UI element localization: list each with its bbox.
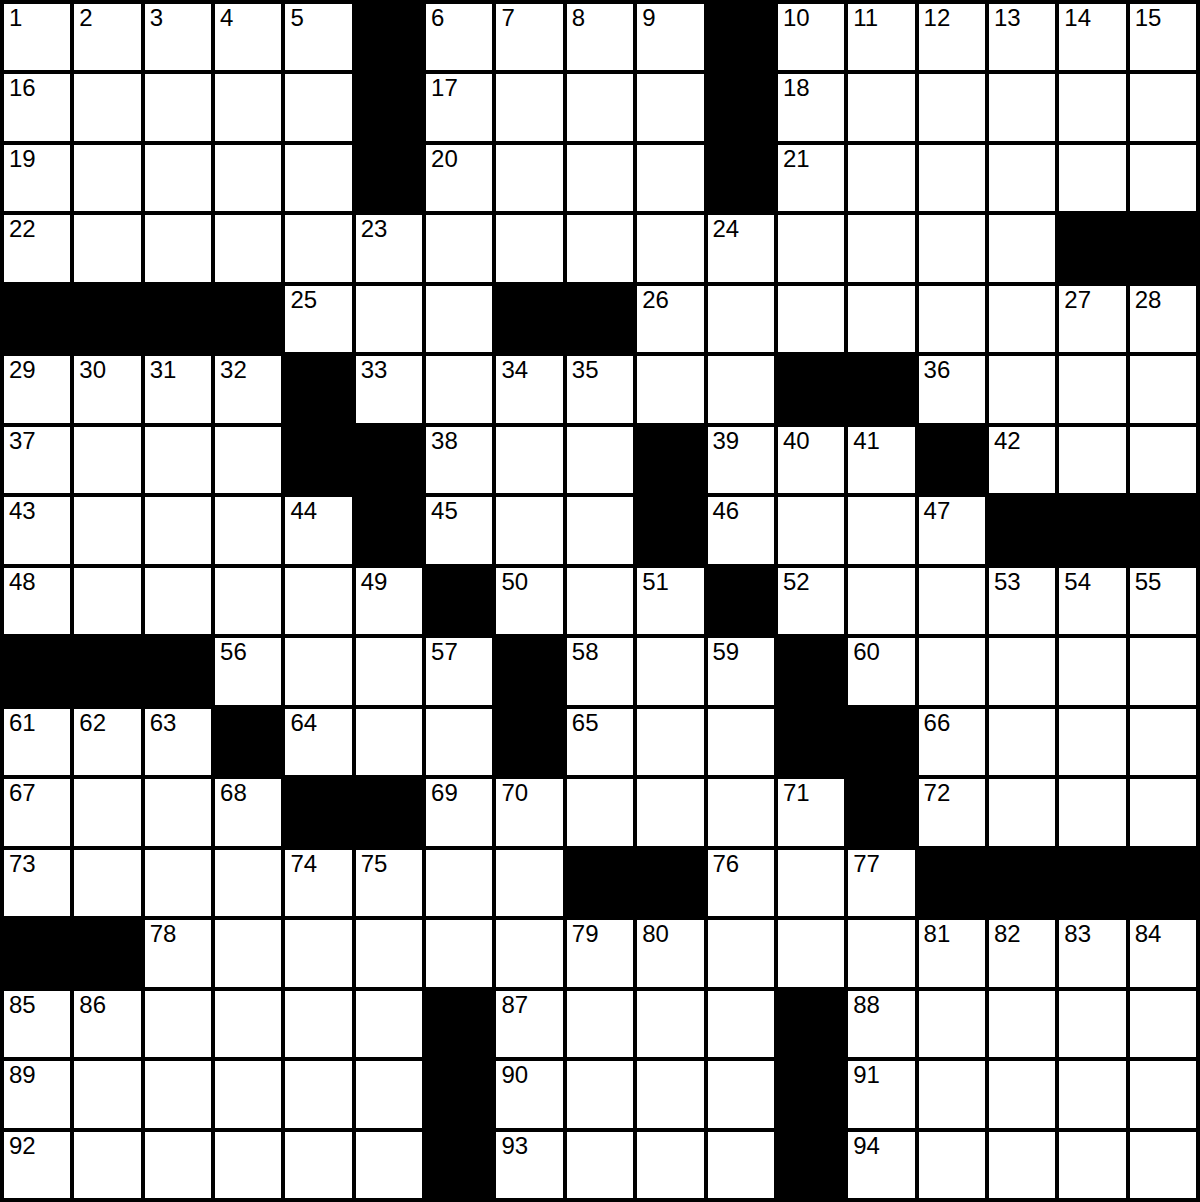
block-cell-r11c13 [848,709,914,775]
cell-r12c3[interactable] [145,779,211,845]
cell-r4c7[interactable] [426,215,492,281]
clue-number-54: 54 [1064,568,1091,596]
clue-number-50: 50 [501,568,528,596]
cell-r6c11[interactable] [708,356,774,422]
cell-r11c1[interactable]: 61 [4,709,70,775]
block-cell-r13c9 [567,850,633,916]
cell-r14c3[interactable]: 78 [145,920,211,986]
cell-r4c6[interactable]: 23 [356,215,422,281]
cell-r8c11[interactable]: 46 [708,497,774,563]
cell-r17c2[interactable] [74,1132,140,1198]
cell-r3c8[interactable] [496,145,562,211]
cell-r2c13[interactable] [848,74,914,140]
cell-r8c5[interactable]: 44 [285,497,351,563]
clue-number-81: 81 [924,920,951,948]
clue-number-77: 77 [853,850,880,878]
cell-r3c14[interactable] [919,145,985,211]
cell-r15c16[interactable] [1059,991,1125,1057]
clue-number-30: 30 [79,356,106,384]
clue-number-61: 61 [9,709,36,737]
cell-r11c3[interactable]: 63 [145,709,211,775]
cell-r4c12[interactable] [778,215,844,281]
cell-r3c5[interactable] [285,145,351,211]
cell-r15c10[interactable] [637,991,703,1057]
cell-r15c5[interactable] [285,991,351,1057]
cell-r1c15[interactable]: 13 [989,4,1055,70]
cell-r10c6[interactable] [356,638,422,704]
cell-r17c4[interactable] [215,1132,281,1198]
cell-r15c9[interactable] [567,991,633,1057]
cell-r15c2[interactable]: 86 [74,991,140,1057]
block-cell-r8c6 [356,497,422,563]
cell-r9c9[interactable] [567,568,633,634]
cell-r6c8[interactable]: 34 [496,356,562,422]
cell-r3c9[interactable] [567,145,633,211]
cell-r9c17[interactable]: 55 [1130,568,1196,634]
cell-r15c14[interactable] [919,991,985,1057]
cell-r16c13[interactable]: 91 [848,1061,914,1127]
cell-r17c14[interactable] [919,1132,985,1198]
clue-number-87: 87 [501,991,528,1019]
cell-r17c16[interactable] [1059,1132,1125,1198]
cell-r5c11[interactable] [708,286,774,352]
cell-r16c1[interactable]: 89 [4,1061,70,1127]
cell-r7c1[interactable]: 37 [4,427,70,493]
cell-r1c10[interactable]: 9 [637,4,703,70]
block-cell-r3c11 [708,145,774,211]
cell-r4c9[interactable] [567,215,633,281]
cell-r4c2[interactable] [74,215,140,281]
cell-r8c4[interactable] [215,497,281,563]
clue-number-4: 4 [220,4,233,32]
cell-r6c17[interactable] [1130,356,1196,422]
cell-r14c8[interactable] [496,920,562,986]
clue-number-15: 15 [1135,4,1162,32]
cell-r2c1[interactable]: 16 [4,74,70,140]
cell-r7c15[interactable]: 42 [989,427,1055,493]
cell-r13c12[interactable] [778,850,844,916]
cell-r3c13[interactable] [848,145,914,211]
cell-r1c1[interactable]: 1 [4,4,70,70]
cell-r17c11[interactable] [708,1132,774,1198]
clue-number-45: 45 [431,497,458,525]
cell-r11c10[interactable] [637,709,703,775]
cell-r11c5[interactable]: 64 [285,709,351,775]
clue-number-6: 6 [431,4,444,32]
cell-r1c12[interactable]: 10 [778,4,844,70]
clue-number-94: 94 [853,1132,880,1160]
clue-number-39: 39 [713,427,740,455]
cell-r7c8[interactable] [496,427,562,493]
cell-r3c7[interactable]: 20 [426,145,492,211]
cell-r10c4[interactable]: 56 [215,638,281,704]
cell-r8c3[interactable] [145,497,211,563]
cell-r6c15[interactable] [989,356,1055,422]
cell-r10c17[interactable] [1130,638,1196,704]
cell-r13c4[interactable] [215,850,281,916]
cell-r2c8[interactable] [496,74,562,140]
cell-r9c1[interactable]: 48 [4,568,70,634]
block-cell-r9c7 [426,568,492,634]
clue-number-16: 16 [9,74,36,102]
block-cell-r5c9 [567,286,633,352]
cell-r7c2[interactable] [74,427,140,493]
cell-r9c14[interactable] [919,568,985,634]
cell-r1c9[interactable]: 8 [567,4,633,70]
cell-r11c14[interactable]: 66 [919,709,985,775]
cell-r10c5[interactable] [285,638,351,704]
cell-r10c16[interactable] [1059,638,1125,704]
cell-r2c9[interactable] [567,74,633,140]
clue-number-70: 70 [501,779,528,807]
clue-number-35: 35 [572,356,599,384]
cell-r5c16[interactable]: 27 [1059,286,1125,352]
cell-r10c9[interactable]: 58 [567,638,633,704]
clue-number-8: 8 [572,4,585,32]
clue-number-89: 89 [9,1061,36,1089]
cell-r11c16[interactable] [1059,709,1125,775]
cell-r3c4[interactable] [215,145,281,211]
clue-number-38: 38 [431,427,458,455]
cell-r5c15[interactable] [989,286,1055,352]
cell-r15c17[interactable] [1130,991,1196,1057]
cell-r4c10[interactable] [637,215,703,281]
cell-r7c4[interactable] [215,427,281,493]
cell-r16c10[interactable] [637,1061,703,1127]
cell-r1c5[interactable]: 5 [285,4,351,70]
cell-r10c15[interactable] [989,638,1055,704]
clue-number-69: 69 [431,779,458,807]
cell-r15c3[interactable] [145,991,211,1057]
cell-r17c9[interactable] [567,1132,633,1198]
cell-r4c5[interactable] [285,215,351,281]
cell-r9c16[interactable]: 54 [1059,568,1125,634]
clue-number-46: 46 [713,497,740,525]
cell-r4c4[interactable] [215,215,281,281]
clue-number-60: 60 [853,638,880,666]
cell-r16c5[interactable] [285,1061,351,1127]
cell-r3c2[interactable] [74,145,140,211]
cell-r8c12[interactable] [778,497,844,563]
cell-r15c11[interactable] [708,991,774,1057]
cell-r13c11[interactable]: 76 [708,850,774,916]
clue-number-79: 79 [572,920,599,948]
cell-r13c8[interactable] [496,850,562,916]
cell-r4c1[interactable]: 22 [4,215,70,281]
cell-r14c5[interactable] [285,920,351,986]
cell-r14c17[interactable]: 84 [1130,920,1196,986]
cell-r13c6[interactable]: 75 [356,850,422,916]
cell-r11c7[interactable] [426,709,492,775]
cell-r12c15[interactable] [989,779,1055,845]
cell-r2c3[interactable] [145,74,211,140]
cell-r12c1[interactable]: 67 [4,779,70,845]
cell-r14c12[interactable] [778,920,844,986]
cell-r6c1[interactable]: 29 [4,356,70,422]
cell-r16c17[interactable] [1130,1061,1196,1127]
cell-r2c4[interactable] [215,74,281,140]
cell-r10c14[interactable] [919,638,985,704]
cell-r10c11[interactable]: 59 [708,638,774,704]
cell-r17c17[interactable] [1130,1132,1196,1198]
clue-number-73: 73 [9,850,36,878]
cell-r1c14[interactable]: 12 [919,4,985,70]
cell-r11c15[interactable] [989,709,1055,775]
cell-r4c8[interactable] [496,215,562,281]
cell-r2c14[interactable] [919,74,985,140]
clue-number-36: 36 [924,356,951,384]
cell-r5c7[interactable] [426,286,492,352]
cell-r3c17[interactable] [1130,145,1196,211]
cell-r17c15[interactable] [989,1132,1055,1198]
cell-r1c7[interactable]: 6 [426,4,492,70]
cell-r9c10[interactable]: 51 [637,568,703,634]
cell-r16c4[interactable] [215,1061,281,1127]
cell-r2c12[interactable]: 18 [778,74,844,140]
clue-number-18: 18 [783,74,810,102]
cell-r3c16[interactable] [1059,145,1125,211]
cell-r1c4[interactable]: 4 [215,4,281,70]
cell-r14c9[interactable]: 79 [567,920,633,986]
cell-r6c7[interactable] [426,356,492,422]
cell-r11c2[interactable]: 62 [74,709,140,775]
cell-r7c7[interactable]: 38 [426,427,492,493]
cell-r15c15[interactable] [989,991,1055,1057]
cell-r7c3[interactable] [145,427,211,493]
cell-r17c3[interactable] [145,1132,211,1198]
cell-r12c12[interactable]: 71 [778,779,844,845]
cell-r17c1[interactable]: 92 [4,1132,70,1198]
cell-r9c5[interactable] [285,568,351,634]
clue-number-42: 42 [994,427,1021,455]
cell-r16c2[interactable] [74,1061,140,1127]
cell-r1c2[interactable]: 2 [74,4,140,70]
block-cell-r13c15 [989,850,1055,916]
clue-number-88: 88 [853,991,880,1019]
cell-r17c10[interactable] [637,1132,703,1198]
cell-r13c1[interactable]: 73 [4,850,70,916]
clue-number-82: 82 [994,920,1021,948]
cell-r8c2[interactable] [74,497,140,563]
cell-r16c15[interactable] [989,1061,1055,1127]
cell-r4c15[interactable] [989,215,1055,281]
cell-r12c16[interactable] [1059,779,1125,845]
cell-r12c7[interactable]: 69 [426,779,492,845]
clue-number-12: 12 [924,4,951,32]
clue-number-53: 53 [994,568,1021,596]
cell-r6c9[interactable]: 35 [567,356,633,422]
cell-r14c4[interactable] [215,920,281,986]
cell-r12c8[interactable]: 70 [496,779,562,845]
cell-r4c13[interactable] [848,215,914,281]
cell-r5c12[interactable] [778,286,844,352]
cell-r17c13[interactable]: 94 [848,1132,914,1198]
cell-r8c9[interactable] [567,497,633,563]
clue-number-28: 28 [1135,286,1162,314]
cell-r13c3[interactable] [145,850,211,916]
cell-r1c13[interactable]: 11 [848,4,914,70]
block-cell-r13c14 [919,850,985,916]
cell-r12c10[interactable] [637,779,703,845]
clue-number-48: 48 [9,568,36,596]
cell-r2c10[interactable] [637,74,703,140]
cell-r12c4[interactable]: 68 [215,779,281,845]
cell-r8c14[interactable]: 47 [919,497,985,563]
cell-r1c8[interactable]: 7 [496,4,562,70]
cell-r16c14[interactable] [919,1061,985,1127]
clue-number-93: 93 [501,1132,528,1160]
cell-r1c3[interactable]: 3 [145,4,211,70]
cell-r7c16[interactable] [1059,427,1125,493]
cell-r5c10[interactable]: 26 [637,286,703,352]
cell-r13c5[interactable]: 74 [285,850,351,916]
cell-r15c4[interactable] [215,991,281,1057]
cell-r7c13[interactable]: 41 [848,427,914,493]
cell-r13c7[interactable] [426,850,492,916]
cell-r7c17[interactable] [1130,427,1196,493]
cell-r14c6[interactable] [356,920,422,986]
clue-number-20: 20 [431,145,458,173]
cell-r6c6[interactable]: 33 [356,356,422,422]
cell-r14c13[interactable] [848,920,914,986]
cell-r11c11[interactable] [708,709,774,775]
clue-number-76: 76 [713,850,740,878]
cell-r12c9[interactable] [567,779,633,845]
cell-r10c10[interactable] [637,638,703,704]
block-cell-r8c16 [1059,497,1125,563]
cell-r5c14[interactable] [919,286,985,352]
cell-r2c15[interactable] [989,74,1055,140]
clue-number-31: 31 [150,356,177,384]
clue-number-72: 72 [924,779,951,807]
cell-r17c6[interactable] [356,1132,422,1198]
cell-r10c7[interactable]: 57 [426,638,492,704]
cell-r6c2[interactable]: 30 [74,356,140,422]
cell-r15c6[interactable] [356,991,422,1057]
cell-r2c7[interactable]: 17 [426,74,492,140]
cell-r3c12[interactable]: 21 [778,145,844,211]
cell-r9c8[interactable]: 50 [496,568,562,634]
clue-number-34: 34 [501,356,528,384]
cell-r2c17[interactable] [1130,74,1196,140]
cell-r6c3[interactable]: 31 [145,356,211,422]
block-cell-r10c12 [778,638,844,704]
cell-r4c14[interactable] [919,215,985,281]
cell-r8c1[interactable]: 43 [4,497,70,563]
cell-r2c2[interactable] [74,74,140,140]
block-cell-r8c10 [637,497,703,563]
cell-r3c1[interactable]: 19 [4,145,70,211]
cell-r9c13[interactable] [848,568,914,634]
block-cell-r12c6 [356,779,422,845]
cell-r8c7[interactable]: 45 [426,497,492,563]
cell-r8c13[interactable] [848,497,914,563]
cell-r3c3[interactable] [145,145,211,211]
cell-r4c11[interactable]: 24 [708,215,774,281]
cell-r16c16[interactable] [1059,1061,1125,1127]
cell-r14c7[interactable] [426,920,492,986]
cell-r12c2[interactable] [74,779,140,845]
clue-number-58: 58 [572,638,599,666]
cell-r16c3[interactable] [145,1061,211,1127]
cell-r16c6[interactable] [356,1061,422,1127]
cell-r17c8[interactable]: 93 [496,1132,562,1198]
cell-r5c5[interactable]: 25 [285,286,351,352]
cell-r9c15[interactable]: 53 [989,568,1055,634]
cell-r11c6[interactable] [356,709,422,775]
cell-r9c4[interactable] [215,568,281,634]
cell-r12c14[interactable]: 72 [919,779,985,845]
cell-r12c17[interactable] [1130,779,1196,845]
clue-number-71: 71 [783,779,810,807]
cell-r14c16[interactable]: 83 [1059,920,1125,986]
cell-r9c6[interactable]: 49 [356,568,422,634]
cell-r16c8[interactable]: 90 [496,1061,562,1127]
block-cell-r7c14 [919,427,985,493]
cell-r5c6[interactable] [356,286,422,352]
cell-r16c9[interactable] [567,1061,633,1127]
cell-r7c12[interactable]: 40 [778,427,844,493]
cell-r6c10[interactable] [637,356,703,422]
cell-r15c1[interactable]: 85 [4,991,70,1057]
cell-r2c16[interactable] [1059,74,1125,140]
cell-r9c3[interactable] [145,568,211,634]
clue-number-68: 68 [220,779,247,807]
cell-r7c9[interactable] [567,427,633,493]
cell-r13c2[interactable] [74,850,140,916]
block-cell-r1c6 [356,4,422,70]
cell-r9c12[interactable]: 52 [778,568,844,634]
clue-number-1: 1 [9,4,22,32]
cell-r6c16[interactable] [1059,356,1125,422]
cell-r15c8[interactable]: 87 [496,991,562,1057]
block-cell-r14c1 [4,920,70,986]
block-cell-r13c10 [637,850,703,916]
cell-r14c10[interactable]: 80 [637,920,703,986]
cell-r9c2[interactable] [74,568,140,634]
cell-r17c5[interactable] [285,1132,351,1198]
block-cell-r16c12 [778,1061,844,1127]
cell-r16c11[interactable] [708,1061,774,1127]
cell-r1c17[interactable]: 15 [1130,4,1196,70]
cell-r1c16[interactable]: 14 [1059,4,1125,70]
cell-r13c13[interactable]: 77 [848,850,914,916]
cell-r3c10[interactable] [637,145,703,211]
cell-r12c11[interactable] [708,779,774,845]
cell-r14c14[interactable]: 81 [919,920,985,986]
clue-number-86: 86 [79,991,106,1019]
cell-r5c13[interactable] [848,286,914,352]
cell-r4c3[interactable] [145,215,211,281]
cell-r15c13[interactable]: 88 [848,991,914,1057]
clue-number-52: 52 [783,568,810,596]
cell-r6c14[interactable]: 36 [919,356,985,422]
cell-r10c13[interactable]: 60 [848,638,914,704]
cell-r6c4[interactable]: 32 [215,356,281,422]
cell-r2c5[interactable] [285,74,351,140]
clue-number-67: 67 [9,779,36,807]
cell-r11c17[interactable] [1130,709,1196,775]
cell-r5c17[interactable]: 28 [1130,286,1196,352]
cell-r3c15[interactable] [989,145,1055,211]
cell-r11c9[interactable]: 65 [567,709,633,775]
cell-r14c15[interactable]: 82 [989,920,1055,986]
cell-r7c11[interactable]: 39 [708,427,774,493]
block-cell-r2c6 [356,74,422,140]
block-cell-r11c12 [778,709,844,775]
cell-r14c11[interactable] [708,920,774,986]
cell-r8c8[interactable] [496,497,562,563]
